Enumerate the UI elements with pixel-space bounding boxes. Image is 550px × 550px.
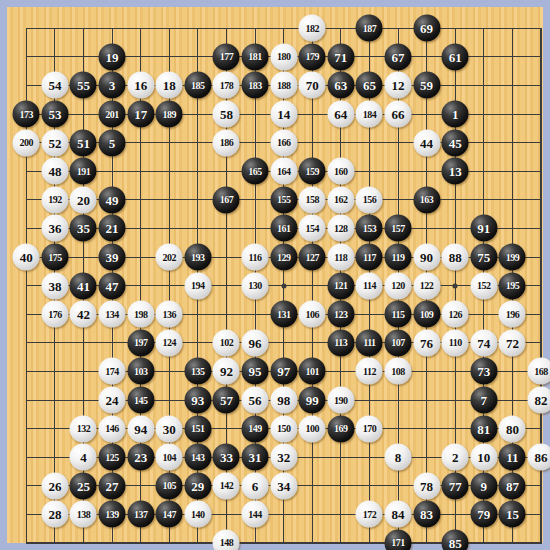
intersection-10-16[interactable]: 32 [269, 443, 298, 472]
intersection-7-18[interactable]: 140 [184, 500, 213, 529]
intersection-13-8[interactable]: 153 [355, 214, 384, 243]
intersection-2-5[interactable]: 52 [41, 128, 70, 157]
intersection-17-9[interactable]: 75 [470, 243, 499, 272]
intersection-10-10[interactable] [269, 271, 298, 300]
intersection-4-5[interactable]: 5 [98, 128, 127, 157]
intersection-5-7[interactable] [126, 186, 155, 215]
intersection-16-3[interactable] [441, 71, 470, 100]
intersection-8-11[interactable] [212, 300, 241, 329]
intersection-19-2[interactable] [527, 43, 550, 72]
intersection-12-9[interactable]: 118 [327, 243, 356, 272]
intersection-7-9[interactable]: 193 [184, 243, 213, 272]
intersection-4-7[interactable]: 49 [98, 186, 127, 215]
intersection-2-18[interactable]: 28 [41, 500, 70, 529]
intersection-10-3[interactable]: 188 [269, 71, 298, 100]
intersection-10-9[interactable]: 129 [269, 243, 298, 272]
intersection-2-14[interactable] [41, 386, 70, 415]
intersection-1-5[interactable]: 200 [12, 128, 41, 157]
intersection-10-14[interactable]: 98 [269, 386, 298, 415]
intersection-1-14[interactable] [12, 386, 41, 415]
intersection-12-7[interactable]: 162 [327, 186, 356, 215]
intersection-10-5[interactable]: 166 [269, 128, 298, 157]
intersection-8-18[interactable] [212, 500, 241, 529]
intersection-6-14[interactable] [155, 386, 184, 415]
intersection-9-15[interactable]: 149 [241, 414, 270, 443]
intersection-2-16[interactable] [41, 443, 70, 472]
intersection-8-4[interactable]: 58 [212, 100, 241, 129]
intersection-5-6[interactable] [126, 157, 155, 186]
intersection-3-16[interactable]: 4 [69, 443, 98, 472]
intersection-4-19[interactable] [98, 529, 127, 550]
intersection-5-4[interactable]: 17 [126, 100, 155, 129]
intersection-19-19[interactable] [527, 529, 550, 550]
intersection-10-15[interactable]: 150 [269, 414, 298, 443]
intersection-17-5[interactable] [470, 128, 499, 157]
intersection-8-9[interactable] [212, 243, 241, 272]
intersection-7-15[interactable]: 151 [184, 414, 213, 443]
go-board[interactable]: 1821876919177181180179716761545531618185… [7, 7, 543, 543]
intersection-18-11[interactable]: 196 [498, 300, 527, 329]
intersection-6-4[interactable]: 189 [155, 100, 184, 129]
intersection-15-6[interactable] [412, 157, 441, 186]
intersection-10-13[interactable]: 97 [269, 357, 298, 386]
intersection-13-2[interactable] [355, 43, 384, 72]
intersection-7-1[interactable] [184, 14, 213, 43]
intersection-16-8[interactable] [441, 214, 470, 243]
intersection-12-19[interactable] [327, 529, 356, 550]
intersection-8-14[interactable]: 57 [212, 386, 241, 415]
intersection-10-4[interactable]: 14 [269, 100, 298, 129]
intersection-15-9[interactable]: 90 [412, 243, 441, 272]
intersection-6-1[interactable] [155, 14, 184, 43]
intersection-18-12[interactable]: 72 [498, 329, 527, 358]
intersection-10-7[interactable]: 155 [269, 186, 298, 215]
intersection-17-17[interactable]: 9 [470, 472, 499, 501]
intersection-19-7[interactable] [527, 186, 550, 215]
intersection-16-18[interactable] [441, 500, 470, 529]
intersection-4-14[interactable]: 24 [98, 386, 127, 415]
intersection-12-1[interactable] [327, 14, 356, 43]
intersection-15-16[interactable] [412, 443, 441, 472]
intersection-7-17[interactable]: 29 [184, 472, 213, 501]
intersection-2-19[interactable] [41, 529, 70, 550]
intersection-9-16[interactable]: 31 [241, 443, 270, 472]
intersection-11-10[interactable] [298, 271, 327, 300]
intersection-1-13[interactable] [12, 357, 41, 386]
intersection-11-14[interactable]: 99 [298, 386, 327, 415]
intersection-17-13[interactable]: 73 [470, 357, 499, 386]
intersection-1-1[interactable] [12, 14, 41, 43]
intersection-13-18[interactable]: 172 [355, 500, 384, 529]
intersection-4-17[interactable]: 27 [98, 472, 127, 501]
intersection-1-6[interactable] [12, 157, 41, 186]
intersection-16-6[interactable]: 13 [441, 157, 470, 186]
intersection-15-18[interactable]: 83 [412, 500, 441, 529]
intersection-7-16[interactable]: 143 [184, 443, 213, 472]
intersection-5-3[interactable]: 16 [126, 71, 155, 100]
intersection-19-1[interactable] [527, 14, 550, 43]
intersection-3-15[interactable]: 132 [69, 414, 98, 443]
intersection-11-2[interactable]: 179 [298, 43, 327, 72]
intersection-15-14[interactable] [412, 386, 441, 415]
intersection-17-11[interactable] [470, 300, 499, 329]
intersection-15-12[interactable]: 76 [412, 329, 441, 358]
intersection-2-3[interactable]: 54 [41, 71, 70, 100]
intersection-1-8[interactable] [12, 214, 41, 243]
intersection-5-13[interactable]: 103 [126, 357, 155, 386]
intersection-9-1[interactable] [241, 14, 270, 43]
intersection-11-9[interactable]: 127 [298, 243, 327, 272]
intersection-16-14[interactable] [441, 386, 470, 415]
intersection-15-4[interactable] [412, 100, 441, 129]
intersection-8-15[interactable] [212, 414, 241, 443]
intersection-16-19[interactable]: 85 [441, 529, 470, 550]
intersection-16-2[interactable]: 61 [441, 43, 470, 72]
intersection-17-16[interactable]: 10 [470, 443, 499, 472]
intersection-6-6[interactable] [155, 157, 184, 186]
intersection-8-10[interactable] [212, 271, 241, 300]
intersection-11-1[interactable]: 182 [298, 14, 327, 43]
intersection-6-9[interactable]: 202 [155, 243, 184, 272]
intersection-14-5[interactable] [384, 128, 413, 157]
intersection-13-6[interactable] [355, 157, 384, 186]
intersection-15-3[interactable]: 59 [412, 71, 441, 100]
intersection-1-7[interactable] [12, 186, 41, 215]
intersection-15-17[interactable]: 78 [412, 472, 441, 501]
intersection-12-16[interactable] [327, 443, 356, 472]
intersection-14-2[interactable]: 67 [384, 43, 413, 72]
intersection-14-8[interactable]: 157 [384, 214, 413, 243]
intersection-13-3[interactable]: 65 [355, 71, 384, 100]
intersection-10-1[interactable] [269, 14, 298, 43]
intersection-15-11[interactable]: 109 [412, 300, 441, 329]
intersection-9-6[interactable]: 165 [241, 157, 270, 186]
intersection-5-9[interactable] [126, 243, 155, 272]
intersection-1-19[interactable] [12, 529, 41, 550]
intersection-13-12[interactable]: 111 [355, 329, 384, 358]
intersection-15-15[interactable] [412, 414, 441, 443]
intersection-16-4[interactable]: 1 [441, 100, 470, 129]
intersection-6-17[interactable]: 105 [155, 472, 184, 501]
intersection-17-10[interactable]: 152 [470, 271, 499, 300]
intersection-19-12[interactable] [527, 329, 550, 358]
intersection-13-9[interactable]: 117 [355, 243, 384, 272]
intersection-1-10[interactable] [12, 271, 41, 300]
intersection-3-19[interactable] [69, 529, 98, 550]
intersection-6-12[interactable]: 124 [155, 329, 184, 358]
intersection-11-12[interactable] [298, 329, 327, 358]
intersection-14-1[interactable] [384, 14, 413, 43]
intersection-9-9[interactable]: 116 [241, 243, 270, 272]
intersection-15-1[interactable]: 69 [412, 14, 441, 43]
intersection-13-16[interactable] [355, 443, 384, 472]
intersection-10-19[interactable] [269, 529, 298, 550]
intersection-8-1[interactable] [212, 14, 241, 43]
intersection-13-17[interactable] [355, 472, 384, 501]
intersection-12-4[interactable]: 64 [327, 100, 356, 129]
intersection-5-16[interactable]: 23 [126, 443, 155, 472]
intersection-16-1[interactable] [441, 14, 470, 43]
intersection-10-17[interactable]: 34 [269, 472, 298, 501]
intersection-3-9[interactable] [69, 243, 98, 272]
intersection-2-8[interactable]: 36 [41, 214, 70, 243]
intersection-10-2[interactable]: 180 [269, 43, 298, 72]
intersection-2-12[interactable] [41, 329, 70, 358]
intersection-11-5[interactable] [298, 128, 327, 157]
intersection-11-6[interactable]: 159 [298, 157, 327, 186]
intersection-18-4[interactable] [498, 100, 527, 129]
intersection-18-9[interactable]: 199 [498, 243, 527, 272]
intersection-2-6[interactable]: 48 [41, 157, 70, 186]
intersection-2-7[interactable]: 192 [41, 186, 70, 215]
intersection-3-5[interactable]: 51 [69, 128, 98, 157]
intersection-11-17[interactable] [298, 472, 327, 501]
intersection-19-6[interactable] [527, 157, 550, 186]
intersection-8-2[interactable]: 177 [212, 43, 241, 72]
intersection-12-10[interactable]: 121 [327, 271, 356, 300]
intersection-6-15[interactable]: 30 [155, 414, 184, 443]
intersection-5-12[interactable]: 197 [126, 329, 155, 358]
intersection-13-5[interactable] [355, 128, 384, 157]
intersection-17-18[interactable]: 79 [470, 500, 499, 529]
intersection-19-9[interactable] [527, 243, 550, 272]
intersection-11-19[interactable] [298, 529, 327, 550]
intersection-14-10[interactable]: 120 [384, 271, 413, 300]
intersection-11-13[interactable]: 101 [298, 357, 327, 386]
intersection-19-10[interactable] [527, 271, 550, 300]
intersection-9-14[interactable]: 56 [241, 386, 270, 415]
intersection-19-17[interactable] [527, 472, 550, 501]
intersection-4-16[interactable]: 125 [98, 443, 127, 472]
intersection-3-1[interactable] [69, 14, 98, 43]
intersection-12-8[interactable]: 128 [327, 214, 356, 243]
intersection-5-19[interactable] [126, 529, 155, 550]
intersection-8-5[interactable]: 186 [212, 128, 241, 157]
intersection-16-15[interactable] [441, 414, 470, 443]
intersection-3-6[interactable]: 191 [69, 157, 98, 186]
intersection-14-17[interactable] [384, 472, 413, 501]
intersection-4-2[interactable]: 19 [98, 43, 127, 72]
intersection-16-12[interactable]: 110 [441, 329, 470, 358]
intersection-15-10[interactable]: 122 [412, 271, 441, 300]
intersection-10-6[interactable]: 164 [269, 157, 298, 186]
intersection-1-17[interactable] [12, 472, 41, 501]
intersection-1-9[interactable]: 40 [12, 243, 41, 272]
intersection-5-1[interactable] [126, 14, 155, 43]
intersection-12-6[interactable]: 160 [327, 157, 356, 186]
intersection-14-9[interactable]: 119 [384, 243, 413, 272]
intersection-19-16[interactable]: 86 [527, 443, 550, 472]
intersection-9-13[interactable]: 95 [241, 357, 270, 386]
intersection-8-13[interactable]: 92 [212, 357, 241, 386]
intersection-7-14[interactable]: 93 [184, 386, 213, 415]
intersection-6-19[interactable] [155, 529, 184, 550]
intersection-9-11[interactable] [241, 300, 270, 329]
intersection-8-16[interactable]: 33 [212, 443, 241, 472]
intersection-9-4[interactable] [241, 100, 270, 129]
intersection-18-17[interactable]: 87 [498, 472, 527, 501]
intersection-6-13[interactable] [155, 357, 184, 386]
intersection-11-11[interactable]: 106 [298, 300, 327, 329]
intersection-16-10[interactable] [441, 271, 470, 300]
intersection-6-10[interactable] [155, 271, 184, 300]
intersection-17-15[interactable]: 81 [470, 414, 499, 443]
intersection-4-6[interactable] [98, 157, 127, 186]
intersection-5-2[interactable] [126, 43, 155, 72]
intersection-18-2[interactable] [498, 43, 527, 72]
intersection-17-4[interactable] [470, 100, 499, 129]
intersection-19-18[interactable] [527, 500, 550, 529]
intersection-10-12[interactable] [269, 329, 298, 358]
intersection-6-7[interactable] [155, 186, 184, 215]
intersection-19-5[interactable] [527, 128, 550, 157]
intersection-3-11[interactable]: 42 [69, 300, 98, 329]
intersection-17-8[interactable]: 91 [470, 214, 499, 243]
intersection-9-10[interactable]: 130 [241, 271, 270, 300]
intersection-2-10[interactable]: 38 [41, 271, 70, 300]
intersection-1-11[interactable] [12, 300, 41, 329]
intersection-12-5[interactable] [327, 128, 356, 157]
intersection-5-10[interactable] [126, 271, 155, 300]
intersection-2-1[interactable] [41, 14, 70, 43]
intersection-15-19[interactable] [412, 529, 441, 550]
intersection-13-13[interactable]: 112 [355, 357, 384, 386]
intersection-11-8[interactable]: 154 [298, 214, 327, 243]
intersection-4-3[interactable]: 3 [98, 71, 127, 100]
intersection-18-13[interactable] [498, 357, 527, 386]
intersection-14-3[interactable]: 12 [384, 71, 413, 100]
intersection-5-5[interactable] [126, 128, 155, 157]
intersection-12-18[interactable] [327, 500, 356, 529]
intersection-9-17[interactable]: 6 [241, 472, 270, 501]
intersection-7-19[interactable] [184, 529, 213, 550]
intersection-2-15[interactable] [41, 414, 70, 443]
intersection-2-11[interactable]: 176 [41, 300, 70, 329]
intersection-16-5[interactable]: 45 [441, 128, 470, 157]
intersection-14-6[interactable] [384, 157, 413, 186]
intersection-12-17[interactable] [327, 472, 356, 501]
intersection-12-15[interactable]: 169 [327, 414, 356, 443]
intersection-11-4[interactable] [298, 100, 327, 129]
intersection-19-4[interactable] [527, 100, 550, 129]
intersection-3-2[interactable] [69, 43, 98, 72]
intersection-12-12[interactable]: 113 [327, 329, 356, 358]
intersection-11-15[interactable]: 100 [298, 414, 327, 443]
intersection-1-2[interactable] [12, 43, 41, 72]
intersection-12-2[interactable]: 71 [327, 43, 356, 72]
intersection-16-16[interactable]: 2 [441, 443, 470, 472]
intersection-19-14[interactable]: 82 [527, 386, 550, 415]
intersection-8-8[interactable] [212, 214, 241, 243]
intersection-14-7[interactable] [384, 186, 413, 215]
intersection-4-12[interactable] [98, 329, 127, 358]
intersection-18-1[interactable] [498, 14, 527, 43]
intersection-15-7[interactable]: 163 [412, 186, 441, 215]
intersection-5-18[interactable]: 137 [126, 500, 155, 529]
intersection-11-3[interactable]: 70 [298, 71, 327, 100]
intersection-7-8[interactable] [184, 214, 213, 243]
intersection-18-6[interactable] [498, 157, 527, 186]
intersection-1-4[interactable]: 173 [12, 100, 41, 129]
intersection-11-18[interactable] [298, 500, 327, 529]
intersection-7-7[interactable] [184, 186, 213, 215]
intersection-7-5[interactable] [184, 128, 213, 157]
intersection-9-18[interactable]: 144 [241, 500, 270, 529]
intersection-1-12[interactable] [12, 329, 41, 358]
intersection-5-17[interactable] [126, 472, 155, 501]
intersection-8-17[interactable]: 142 [212, 472, 241, 501]
intersection-10-8[interactable]: 161 [269, 214, 298, 243]
intersection-4-11[interactable]: 134 [98, 300, 127, 329]
intersection-4-4[interactable]: 201 [98, 100, 127, 129]
intersection-4-18[interactable]: 139 [98, 500, 127, 529]
intersection-1-15[interactable] [12, 414, 41, 443]
intersection-13-14[interactable] [355, 386, 384, 415]
intersection-17-3[interactable] [470, 71, 499, 100]
intersection-17-7[interactable] [470, 186, 499, 215]
intersection-17-19[interactable] [470, 529, 499, 550]
intersection-6-2[interactable] [155, 43, 184, 72]
intersection-16-11[interactable]: 126 [441, 300, 470, 329]
intersection-18-10[interactable]: 195 [498, 271, 527, 300]
intersection-15-13[interactable] [412, 357, 441, 386]
intersection-5-15[interactable]: 94 [126, 414, 155, 443]
intersection-12-11[interactable]: 123 [327, 300, 356, 329]
intersection-16-13[interactable] [441, 357, 470, 386]
intersection-9-3[interactable]: 183 [241, 71, 270, 100]
intersection-18-8[interactable] [498, 214, 527, 243]
intersection-19-15[interactable] [527, 414, 550, 443]
intersection-1-18[interactable] [12, 500, 41, 529]
intersection-17-6[interactable] [470, 157, 499, 186]
intersection-3-17[interactable]: 25 [69, 472, 98, 501]
intersection-19-8[interactable] [527, 214, 550, 243]
intersection-8-7[interactable]: 167 [212, 186, 241, 215]
intersection-11-7[interactable]: 158 [298, 186, 327, 215]
intersection-3-12[interactable] [69, 329, 98, 358]
intersection-17-12[interactable]: 74 [470, 329, 499, 358]
intersection-7-6[interactable] [184, 157, 213, 186]
intersection-14-14[interactable] [384, 386, 413, 415]
intersection-6-11[interactable]: 136 [155, 300, 184, 329]
intersection-2-17[interactable]: 26 [41, 472, 70, 501]
intersection-3-4[interactable] [69, 100, 98, 129]
intersection-12-13[interactable] [327, 357, 356, 386]
intersection-14-19[interactable]: 171 [384, 529, 413, 550]
intersection-7-2[interactable] [184, 43, 213, 72]
intersection-8-12[interactable]: 102 [212, 329, 241, 358]
intersection-10-18[interactable] [269, 500, 298, 529]
intersection-4-8[interactable]: 21 [98, 214, 127, 243]
intersection-8-19[interactable]: 148 [212, 529, 241, 550]
intersection-7-13[interactable]: 135 [184, 357, 213, 386]
intersection-16-7[interactable] [441, 186, 470, 215]
intersection-1-3[interactable] [12, 71, 41, 100]
intersection-3-13[interactable] [69, 357, 98, 386]
intersection-15-8[interactable] [412, 214, 441, 243]
intersection-2-2[interactable] [41, 43, 70, 72]
intersection-14-12[interactable]: 107 [384, 329, 413, 358]
intersection-18-15[interactable]: 80 [498, 414, 527, 443]
intersection-17-14[interactable]: 7 [470, 386, 499, 415]
intersection-1-16[interactable] [12, 443, 41, 472]
intersection-16-17[interactable]: 77 [441, 472, 470, 501]
intersection-13-1[interactable]: 187 [355, 14, 384, 43]
intersection-13-7[interactable]: 156 [355, 186, 384, 215]
intersection-15-2[interactable] [412, 43, 441, 72]
intersection-18-16[interactable]: 11 [498, 443, 527, 472]
intersection-13-11[interactable] [355, 300, 384, 329]
